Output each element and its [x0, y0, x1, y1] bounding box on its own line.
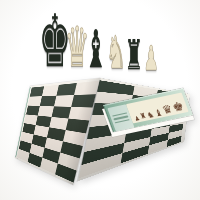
cover-king-icon: ♚ — [171, 102, 185, 113]
white-knight-piece: ♞ — [106, 36, 126, 70]
white-pawn-piece: ♟ — [143, 46, 158, 72]
black-rook-piece: ♜ — [125, 40, 143, 71]
product-photo-chess-set: ♟ ♜ ♞ ♝ ♛ ♚ ♚ ♛ ♝ ♞ ♜ ♟ — [0, 0, 200, 200]
black-bishop-piece: ♝ — [84, 30, 107, 69]
